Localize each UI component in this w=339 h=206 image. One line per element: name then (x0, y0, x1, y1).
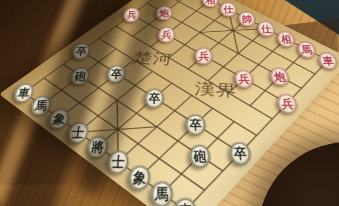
piece-red-soldier[interactable]: 兵 (195, 47, 213, 64)
piece-black-soldier[interactable]: 卒 (186, 114, 206, 135)
piece-glyph: 卒 (229, 138, 252, 169)
piece-glyph: 仕 (220, 0, 238, 19)
piece-glyph: 帥 (238, 9, 257, 29)
piece-red-horse[interactable]: 馬 (296, 41, 317, 57)
piece-glyph: 炮 (269, 64, 291, 88)
piece-red-advisor[interactable]: 仕 (220, 2, 237, 16)
piece-red-chariot[interactable]: 車 (317, 52, 339, 69)
piece-red-soldier[interactable]: 兵 (276, 94, 298, 113)
piece-glyph: 砲 (190, 140, 211, 171)
piece-black-cannon[interactable]: 砲 (190, 144, 211, 167)
piece-red-elephant[interactable]: 相 (202, 0, 218, 7)
piece-black-elephant[interactable]: 象 (128, 165, 150, 189)
piece-glyph: 仕 (256, 18, 276, 39)
piece-glyph: 兵 (195, 44, 213, 67)
piece-glyph: 卒 (145, 85, 165, 111)
piece-black-soldier[interactable]: 卒 (145, 88, 164, 107)
piece-red-soldier[interactable]: 兵 (158, 27, 175, 42)
piece-glyph: 象 (128, 161, 151, 194)
piece-black-horse[interactable]: 馬 (151, 181, 173, 206)
piece-glyph: 兵 (276, 90, 299, 117)
piece-black-chariot[interactable]: 車 (12, 83, 35, 102)
piece-black-chariot[interactable]: 車 (174, 198, 196, 206)
piece-red-soldier[interactable]: 兵 (234, 70, 254, 88)
piece-glyph: 車 (174, 193, 196, 206)
piece-red-cannon[interactable]: 炮 (269, 67, 290, 85)
piece-glyph: 馬 (151, 176, 173, 206)
photo-scene: 楚河 漢界 車馬相仕帥仕相馬車炮炮兵兵兵兵兵卒卒卒卒卒砲砲車馬象士將士象馬車 (0, 0, 339, 206)
piece-glyph: 卒 (186, 110, 206, 138)
piece-black-soldier[interactable]: 卒 (229, 142, 251, 164)
piece-glyph: 兵 (234, 66, 254, 91)
piece-glyph: 相 (202, 0, 219, 9)
piece-red-elephant[interactable]: 相 (276, 31, 296, 47)
piece-red-advisor[interactable]: 仕 (257, 21, 276, 36)
piece-red-king[interactable]: 帥 (238, 11, 256, 26)
